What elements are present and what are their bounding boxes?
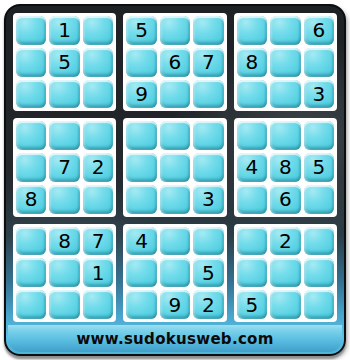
cell-r2c9[interactable] [304,48,334,77]
cell-r4c7[interactable] [237,121,267,150]
cell-r9c2[interactable] [49,290,79,319]
block-3-2: 4592 [123,224,226,322]
cell-r6c4[interactable] [126,185,156,214]
cell-r9c8[interactable] [270,290,300,319]
cell-r4c9[interactable] [304,121,334,150]
block-1-2: 5679 [123,13,226,111]
cell-r3c5[interactable] [160,80,190,109]
cell-r7c7[interactable] [237,227,267,256]
cell-r1c9[interactable]: 6 [304,16,334,45]
cell-r8c2[interactable] [49,258,79,287]
cell-r5c5[interactable] [160,153,190,182]
cell-r3c3[interactable] [83,80,113,109]
cell-r6c1[interactable]: 8 [16,185,46,214]
cell-r3c1[interactable] [16,80,46,109]
footer-bar: www.sudokusweb.com [8,325,342,352]
cell-r2c5[interactable]: 6 [160,48,190,77]
cell-r1c2[interactable]: 1 [49,16,79,45]
cell-r8c4[interactable] [126,258,156,287]
cell-r6c6[interactable]: 3 [193,185,223,214]
cell-r8c6[interactable]: 5 [193,258,223,287]
cell-r5c8[interactable]: 8 [270,153,300,182]
cell-r6c2[interactable] [49,185,79,214]
cell-r2c4[interactable] [126,48,156,77]
cell-r2c8[interactable] [270,48,300,77]
cell-r1c1[interactable] [16,16,46,45]
cell-r9c5[interactable]: 9 [160,290,190,319]
cell-r7c2[interactable]: 8 [49,227,79,256]
block-1-3: 683 [234,13,337,111]
cell-r8c9[interactable] [304,258,334,287]
cell-r4c3[interactable] [83,121,113,150]
cell-r8c1[interactable] [16,258,46,287]
block-2-1: 728 [13,118,116,216]
cell-r1c4[interactable]: 5 [126,16,156,45]
cell-r3c2[interactable] [49,80,79,109]
cell-r9c6[interactable]: 2 [193,290,223,319]
cell-r1c6[interactable] [193,16,223,45]
cell-r5c1[interactable] [16,153,46,182]
block-1-1: 15 [13,13,116,111]
block-3-3: 25 [234,224,337,322]
block-2-2: 3 [123,118,226,216]
cell-r7c3[interactable]: 7 [83,227,113,256]
cell-r8c7[interactable] [237,258,267,287]
cell-r4c2[interactable] [49,121,79,150]
cell-r1c5[interactable] [160,16,190,45]
sudoku-board-frame: 15567968372834856871459225 www.sudokuswe… [4,4,346,356]
cell-r6c5[interactable] [160,185,190,214]
cell-r1c7[interactable] [237,16,267,45]
cell-r7c1[interactable] [16,227,46,256]
sudoku-grid: 15567968372834856871459225 [13,13,337,322]
cell-r7c8[interactable]: 2 [270,227,300,256]
cell-r4c8[interactable] [270,121,300,150]
cell-r9c4[interactable] [126,290,156,319]
cell-r4c1[interactable] [16,121,46,150]
site-url: www.sudokusweb.com [76,330,273,348]
cell-r8c5[interactable] [160,258,190,287]
cell-r5c3[interactable]: 2 [83,153,113,182]
cell-r7c4[interactable]: 4 [126,227,156,256]
cell-r6c3[interactable] [83,185,113,214]
cell-r6c9[interactable] [304,185,334,214]
cell-r1c8[interactable] [270,16,300,45]
cell-r2c2[interactable]: 5 [49,48,79,77]
cell-r9c1[interactable] [16,290,46,319]
cell-r7c9[interactable] [304,227,334,256]
cell-r6c7[interactable] [237,185,267,214]
cell-r5c6[interactable] [193,153,223,182]
cell-r6c8[interactable]: 6 [270,185,300,214]
cell-r1c3[interactable] [83,16,113,45]
cell-r5c9[interactable]: 5 [304,153,334,182]
cell-r5c2[interactable]: 7 [49,153,79,182]
cell-r9c7[interactable]: 5 [237,290,267,319]
cell-r4c4[interactable] [126,121,156,150]
cell-r4c6[interactable] [193,121,223,150]
block-2-3: 4856 [234,118,337,216]
cell-r2c3[interactable] [83,48,113,77]
cell-r3c8[interactable] [270,80,300,109]
cell-r8c3[interactable]: 1 [83,258,113,287]
cell-r7c6[interactable] [193,227,223,256]
cell-r5c4[interactable] [126,153,156,182]
cell-r9c9[interactable] [304,290,334,319]
cell-r3c6[interactable] [193,80,223,109]
cell-r7c5[interactable] [160,227,190,256]
cell-r9c3[interactable] [83,290,113,319]
cell-r2c6[interactable]: 7 [193,48,223,77]
cell-r3c7[interactable] [237,80,267,109]
cell-r5c7[interactable]: 4 [237,153,267,182]
cell-r4c5[interactable] [160,121,190,150]
block-3-1: 871 [13,224,116,322]
cell-r2c1[interactable] [16,48,46,77]
cell-r3c4[interactable]: 9 [126,80,156,109]
cell-r3c9[interactable]: 3 [304,80,334,109]
cell-r8c8[interactable] [270,258,300,287]
cell-r2c7[interactable]: 8 [237,48,267,77]
